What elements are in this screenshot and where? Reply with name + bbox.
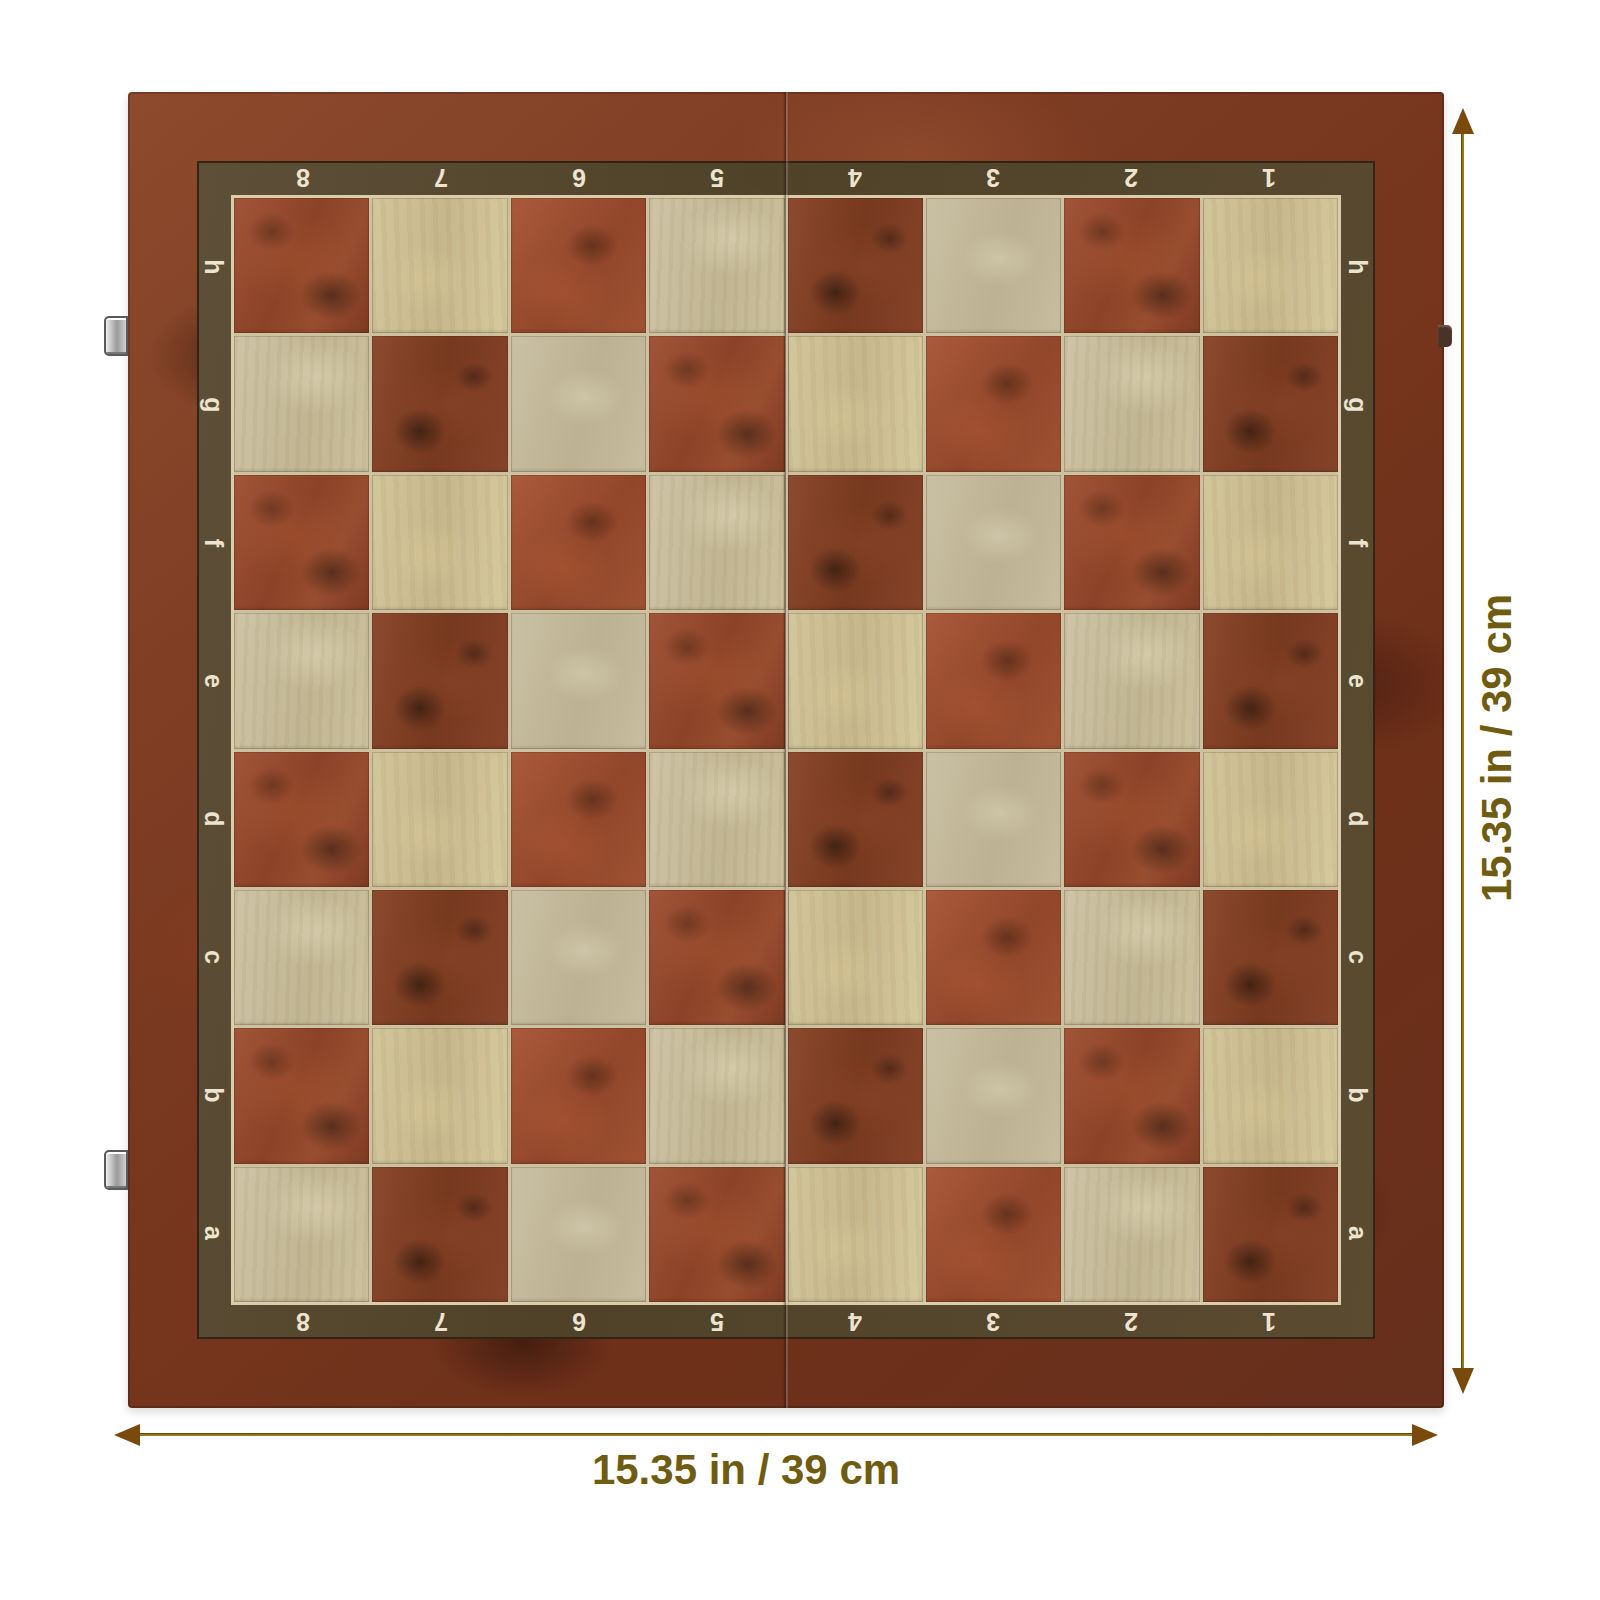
square-b7 xyxy=(372,1028,507,1163)
square-h2 xyxy=(1064,198,1199,333)
square-h8 xyxy=(234,198,369,333)
square-d5 xyxy=(649,752,784,887)
square-c1 xyxy=(1203,890,1338,1025)
square-b1 xyxy=(1203,1028,1338,1163)
arrowhead-down-icon xyxy=(1452,1368,1474,1394)
square-g6 xyxy=(511,336,646,471)
square-g2 xyxy=(1064,336,1199,471)
square-e3 xyxy=(926,613,1061,748)
square-h5 xyxy=(649,198,784,333)
square-a4 xyxy=(788,1167,923,1302)
square-a8 xyxy=(234,1167,369,1302)
arrowhead-up-icon xyxy=(1452,108,1474,134)
coord-top-8: 8 xyxy=(234,161,372,195)
square-b5 xyxy=(649,1028,784,1163)
square-c3 xyxy=(926,890,1061,1025)
coord-top-7: 7 xyxy=(372,161,510,195)
hinge-icon-bottom xyxy=(104,1150,128,1190)
chessboard: 87654321 87654321 hgfedcba hgfedcba xyxy=(128,92,1444,1408)
coordinates-right: hgfedcba xyxy=(1341,198,1375,1302)
square-f7 xyxy=(372,475,507,610)
square-f1 xyxy=(1203,475,1338,610)
square-d4 xyxy=(788,752,923,887)
square-e5 xyxy=(649,613,784,748)
square-c7 xyxy=(372,890,507,1025)
square-f5 xyxy=(649,475,784,610)
square-e1 xyxy=(1203,613,1338,748)
square-d8 xyxy=(234,752,369,887)
square-b4 xyxy=(788,1028,923,1163)
coordinates-left: hgfedcba xyxy=(197,198,231,1302)
fold-seam xyxy=(783,92,789,1408)
coord-top-6: 6 xyxy=(510,161,648,195)
square-d6 xyxy=(511,752,646,887)
coord-bottom-3: 3 xyxy=(924,1305,1062,1339)
square-a2 xyxy=(1064,1167,1199,1302)
square-h3 xyxy=(926,198,1061,333)
square-c4 xyxy=(788,890,923,1025)
square-c6 xyxy=(511,890,646,1025)
square-b2 xyxy=(1064,1028,1199,1163)
coord-top-5: 5 xyxy=(648,161,786,195)
square-e7 xyxy=(372,613,507,748)
square-g7 xyxy=(372,336,507,471)
coord-bottom-6: 6 xyxy=(510,1305,648,1339)
coord-bottom-5: 5 xyxy=(648,1305,786,1339)
square-c5 xyxy=(649,890,784,1025)
square-d2 xyxy=(1064,752,1199,887)
square-h7 xyxy=(372,198,507,333)
square-e4 xyxy=(788,613,923,748)
square-e6 xyxy=(511,613,646,748)
coord-bottom-8: 8 xyxy=(234,1305,372,1339)
square-f6 xyxy=(511,475,646,610)
square-g5 xyxy=(649,336,784,471)
square-f2 xyxy=(1064,475,1199,610)
clasp-icon xyxy=(1438,325,1452,347)
page: { "game": "chess", "board_type": "foldin… xyxy=(0,0,1600,1600)
square-h1 xyxy=(1203,198,1338,333)
square-b6 xyxy=(511,1028,646,1163)
coord-bottom-7: 7 xyxy=(372,1305,510,1339)
square-g8 xyxy=(234,336,369,471)
square-a7 xyxy=(372,1167,507,1302)
width-dimension-arrow xyxy=(138,1433,1414,1436)
coord-bottom-4: 4 xyxy=(786,1305,924,1339)
square-a3 xyxy=(926,1167,1061,1302)
coord-top-3: 3 xyxy=(924,161,1062,195)
coord-bottom-2: 2 xyxy=(1062,1305,1200,1339)
square-f8 xyxy=(234,475,369,610)
square-a6 xyxy=(511,1167,646,1302)
square-a5 xyxy=(649,1167,784,1302)
square-g1 xyxy=(1203,336,1338,471)
square-h6 xyxy=(511,198,646,333)
arrowhead-left-icon xyxy=(114,1424,140,1446)
square-h4 xyxy=(788,198,923,333)
hinge-icon-top xyxy=(104,316,128,356)
width-dimension-label: 15.35 in / 39 cm xyxy=(426,1446,1066,1494)
coord-bottom-1: 1 xyxy=(1200,1305,1338,1339)
square-e2 xyxy=(1064,613,1199,748)
coord-top-4: 4 xyxy=(786,161,924,195)
square-g4 xyxy=(788,336,923,471)
square-a1 xyxy=(1203,1167,1338,1302)
height-dimension-arrow xyxy=(1461,134,1464,1370)
height-dimension-label: 15.35 in / 39 cm xyxy=(1473,594,1521,902)
coord-top-1: 1 xyxy=(1200,161,1338,195)
square-d7 xyxy=(372,752,507,887)
square-b8 xyxy=(234,1028,369,1163)
square-e8 xyxy=(234,613,369,748)
square-d3 xyxy=(926,752,1061,887)
square-f4 xyxy=(788,475,923,610)
square-c8 xyxy=(234,890,369,1025)
square-b3 xyxy=(926,1028,1061,1163)
square-f3 xyxy=(926,475,1061,610)
square-c2 xyxy=(1064,890,1199,1025)
square-d1 xyxy=(1203,752,1338,887)
square-g3 xyxy=(926,336,1061,471)
coord-top-2: 2 xyxy=(1062,161,1200,195)
arrowhead-right-icon xyxy=(1412,1424,1438,1446)
